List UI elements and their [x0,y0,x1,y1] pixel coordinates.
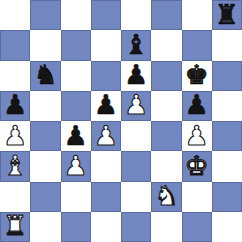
square-g6[interactable]: ♚ [182,61,212,91]
square-c8[interactable] [61,0,91,30]
black-pawn[interactable]: ♟ [3,91,27,118]
square-d4[interactable]: ♟ [91,121,121,151]
square-g2[interactable] [182,182,212,212]
square-d6[interactable] [91,61,121,91]
square-f8[interactable] [151,0,181,30]
square-f3[interactable] [151,151,181,181]
black-king[interactable]: ♚ [185,61,209,88]
square-g4[interactable]: ♟ [182,121,212,151]
square-g5[interactable]: ♟ [182,91,212,121]
square-d2[interactable] [91,182,121,212]
white-pawn[interactable]: ♟ [3,122,27,149]
white-rook[interactable]: ♜ [3,212,27,239]
square-h4[interactable] [212,121,242,151]
square-c2[interactable] [61,182,91,212]
square-h3[interactable] [212,151,242,181]
square-b8[interactable] [30,0,60,30]
white-pawn[interactable]: ♟ [94,122,118,149]
black-pawn[interactable]: ♟ [185,91,209,118]
square-e3[interactable] [121,151,151,181]
white-pawn[interactable]: ♟ [64,152,88,179]
square-b1[interactable] [30,212,60,242]
square-a1[interactable]: ♜ [0,212,30,242]
square-f1[interactable] [151,212,181,242]
black-rook[interactable]: ♜ [215,1,239,28]
white-knight[interactable]: ♞ [154,182,178,209]
square-f5[interactable] [151,91,181,121]
square-e1[interactable] [121,212,151,242]
square-e8[interactable] [121,0,151,30]
square-h7[interactable] [212,30,242,60]
square-a2[interactable] [0,182,30,212]
black-pawn[interactable]: ♟ [124,61,148,88]
square-a8[interactable] [0,0,30,30]
square-b7[interactable] [30,30,60,60]
white-pawn[interactable]: ♟ [124,91,148,118]
square-h2[interactable] [212,182,242,212]
square-a4[interactable]: ♟ [0,121,30,151]
square-g3[interactable]: ♚ [182,151,212,181]
square-a6[interactable] [0,61,30,91]
square-c7[interactable] [61,30,91,60]
square-f4[interactable] [151,121,181,151]
square-e5[interactable]: ♟ [121,91,151,121]
white-pawn[interactable]: ♟ [185,122,209,149]
square-e6[interactable]: ♟ [121,61,151,91]
square-b4[interactable] [30,121,60,151]
white-bishop[interactable]: ♝ [3,152,27,179]
square-c6[interactable] [61,61,91,91]
square-h1[interactable] [212,212,242,242]
square-g1[interactable] [182,212,212,242]
square-f2[interactable]: ♞ [151,182,181,212]
square-d3[interactable] [91,151,121,181]
square-c5[interactable] [61,91,91,121]
square-g8[interactable] [182,0,212,30]
square-b3[interactable] [30,151,60,181]
square-a5[interactable]: ♟ [0,91,30,121]
square-c3[interactable]: ♟ [61,151,91,181]
square-a7[interactable] [0,30,30,60]
square-d5[interactable]: ♟ [91,91,121,121]
chess-board: ♜♝♞♟♚♟♟♟♟♟♟♟♟♝♟♚♞♜ [0,0,242,242]
square-f7[interactable] [151,30,181,60]
square-a3[interactable]: ♝ [0,151,30,181]
square-h6[interactable] [212,61,242,91]
square-b2[interactable] [30,182,60,212]
black-knight[interactable]: ♞ [33,61,57,88]
square-b5[interactable] [30,91,60,121]
square-d1[interactable] [91,212,121,242]
square-f6[interactable] [151,61,181,91]
square-e2[interactable] [121,182,151,212]
square-c1[interactable] [61,212,91,242]
square-h5[interactable] [212,91,242,121]
square-d7[interactable] [91,30,121,60]
square-b6[interactable]: ♞ [30,61,60,91]
black-pawn[interactable]: ♟ [94,91,118,118]
square-c4[interactable]: ♟ [61,121,91,151]
black-pawn[interactable]: ♟ [64,122,88,149]
square-h8[interactable]: ♜ [212,0,242,30]
square-e7[interactable]: ♝ [121,30,151,60]
square-g7[interactable] [182,30,212,60]
black-bishop[interactable]: ♝ [124,31,148,58]
white-king[interactable]: ♚ [185,152,209,179]
square-d8[interactable] [91,0,121,30]
square-e4[interactable] [121,121,151,151]
